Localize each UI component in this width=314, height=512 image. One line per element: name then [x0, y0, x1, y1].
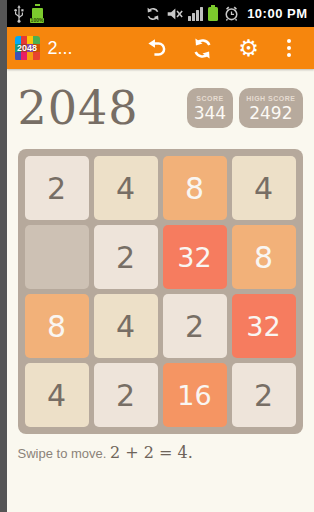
overflow-menu-icon — [287, 39, 291, 57]
tile-32-r2c3: 32 — [163, 225, 227, 289]
score-value: 344 — [194, 103, 226, 123]
tile-8-r2c4: 8 — [232, 225, 296, 289]
undo-button[interactable] — [134, 27, 180, 69]
high-score-label: HIGH SCORE — [246, 94, 295, 103]
tile-4-r3c2: 4 — [94, 294, 158, 358]
board[interactable]: 248423288423242162 — [18, 149, 303, 434]
usb-icon — [13, 4, 25, 23]
refresh-icon — [190, 36, 215, 61]
tile-4-r1c4: 4 — [232, 156, 296, 220]
battery-percent-label: 100% — [30, 18, 45, 23]
tile-4-r1c2: 4 — [94, 156, 158, 220]
app-icon[interactable]: 2048 — [15, 36, 40, 61]
clock-time: 10:00 PM — [247, 6, 307, 21]
tile-2-r3c3: 2 — [163, 294, 227, 358]
app-bar: 2048 2... — [7, 27, 314, 69]
status-bar: 100% — [7, 0, 314, 27]
settings-button[interactable]: ⚙ — [226, 27, 272, 69]
score-label: SCORE — [194, 94, 226, 103]
sync-icon — [145, 6, 161, 22]
game-header: 2048 SCORE 344 HIGH SCORE 2492 — [7, 69, 314, 137]
score-panel: SCORE 344 HIGH SCORE 2492 — [187, 88, 303, 128]
app-title: 2... — [48, 38, 73, 59]
overflow-menu-button[interactable] — [272, 27, 306, 69]
empty-cell-r2c1 — [25, 225, 89, 289]
tile-2-r4c4: 2 — [232, 363, 296, 427]
hint-text: Swipe to move. 2 + 2 = 4. — [18, 443, 314, 462]
signal-icon — [188, 7, 203, 21]
tile-2-r2c2: 2 — [94, 225, 158, 289]
hint-equation: 2 + 2 = 4. — [110, 443, 193, 462]
refresh-button[interactable] — [180, 27, 226, 69]
tile-16-r4c3: 16 — [163, 363, 227, 427]
app-bar-actions: ⚙ — [134, 27, 306, 69]
tile-8-r1c3: 8 — [163, 156, 227, 220]
tile-2-r4c2: 2 — [94, 363, 158, 427]
screen: 100% — [7, 0, 314, 512]
tile-32-r3c4: 32 — [232, 294, 296, 358]
score-box: SCORE 344 — [187, 88, 233, 128]
high-score-value: 2492 — [246, 103, 295, 123]
status-right-icons: 10:00 PM — [145, 5, 307, 22]
battery-full-icon: 100% — [31, 4, 44, 23]
tile-4-r4c1: 4 — [25, 363, 89, 427]
battery-icon — [208, 5, 218, 22]
alarm-icon — [223, 5, 240, 22]
undo-icon — [144, 36, 169, 61]
tile-2-r1c1: 2 — [25, 156, 89, 220]
settings-gear-icon: ⚙ — [238, 37, 259, 60]
high-score-box: HIGH SCORE 2492 — [239, 88, 302, 128]
app-icon-label: 2048 — [15, 43, 40, 53]
status-left-icons: 100% — [13, 4, 44, 23]
hint-prefix: Swipe to move. — [18, 446, 111, 461]
mute-icon — [166, 6, 183, 22]
tile-8-r3c1: 8 — [25, 294, 89, 358]
game-title: 2048 — [18, 83, 139, 133]
